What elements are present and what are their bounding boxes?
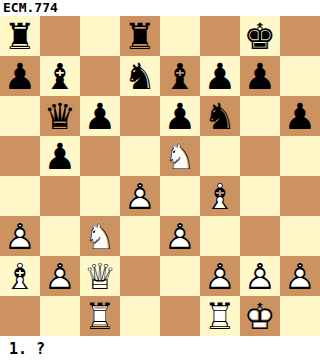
square-g8[interactable]: ♚ [240,16,280,56]
square-b6[interactable]: ♛ [40,96,80,136]
position-title: ECM.774 [0,0,320,16]
square-c5[interactable] [80,136,120,176]
white-knight-outline: ♘ [80,216,120,256]
black-king: ♚ [240,16,280,56]
square-h2[interactable]: ♟♙ [280,256,320,296]
square-h4[interactable] [280,176,320,216]
square-b2[interactable]: ♟♙ [40,256,80,296]
square-g5[interactable] [240,136,280,176]
square-c8[interactable] [80,16,120,56]
white-knight-outline: ♘ [160,136,200,176]
square-a1[interactable] [0,296,40,336]
white-rook-outline: ♖ [200,296,240,336]
white-bishop-outline: ♗ [200,176,240,216]
white-pawn-outline: ♙ [200,256,240,296]
square-a7[interactable]: ♟ [0,56,40,96]
black-queen: ♛ [40,96,80,136]
square-h1[interactable] [280,296,320,336]
square-g4[interactable] [240,176,280,216]
square-f3[interactable] [200,216,240,256]
square-b1[interactable] [40,296,80,336]
white-rook-outline: ♖ [80,296,120,336]
square-a3[interactable]: ♟♙ [0,216,40,256]
square-h6[interactable]: ♟ [280,96,320,136]
square-g2[interactable]: ♟♙ [240,256,280,296]
black-knight: ♞ [200,96,240,136]
square-d3[interactable] [120,216,160,256]
square-b3[interactable] [40,216,80,256]
black-pawn: ♟ [240,56,280,96]
square-e3[interactable]: ♟♙ [160,216,200,256]
black-knight: ♞ [120,56,160,96]
black-pawn: ♟ [280,96,320,136]
square-g3[interactable] [240,216,280,256]
black-pawn: ♟ [40,136,80,176]
square-h5[interactable] [280,136,320,176]
square-d5[interactable] [120,136,160,176]
square-f1[interactable]: ♜♖ [200,296,240,336]
square-c2[interactable]: ♛♕ [80,256,120,296]
white-pawn-outline: ♙ [240,256,280,296]
square-d6[interactable] [120,96,160,136]
square-d7[interactable]: ♞ [120,56,160,96]
square-g1[interactable]: ♚♔ [240,296,280,336]
square-h3[interactable] [280,216,320,256]
square-a4[interactable] [0,176,40,216]
white-bishop-outline: ♗ [0,256,40,296]
square-e2[interactable] [160,256,200,296]
chess-program-window: ECM.774 ♜♜♚♟♝♞♝♟♟♛♟♟♞♟♟♞♘♟♙♝♗♟♙♞♘♟♙♝♗♟♙♛… [0,0,320,360]
square-c7[interactable] [80,56,120,96]
square-c3[interactable]: ♞♘ [80,216,120,256]
square-d1[interactable] [120,296,160,336]
square-g6[interactable] [240,96,280,136]
square-f2[interactable]: ♟♙ [200,256,240,296]
black-rook: ♜ [0,16,40,56]
black-pawn: ♟ [160,96,200,136]
black-rook: ♜ [120,16,160,56]
square-b4[interactable] [40,176,80,216]
square-f4[interactable]: ♝♗ [200,176,240,216]
square-c4[interactable] [80,176,120,216]
black-pawn: ♟ [200,56,240,96]
square-g7[interactable]: ♟ [240,56,280,96]
white-pawn-outline: ♙ [40,256,80,296]
square-d2[interactable] [120,256,160,296]
square-c1[interactable]: ♜♖ [80,296,120,336]
square-b5[interactable]: ♟ [40,136,80,176]
square-a5[interactable] [0,136,40,176]
white-pawn-outline: ♙ [0,216,40,256]
square-e1[interactable] [160,296,200,336]
black-bishop: ♝ [160,56,200,96]
square-d8[interactable]: ♜ [120,16,160,56]
white-king-outline: ♔ [240,296,280,336]
square-f6[interactable]: ♞ [200,96,240,136]
square-f7[interactable]: ♟ [200,56,240,96]
chess-board: ♜♜♚♟♝♞♝♟♟♛♟♟♞♟♟♞♘♟♙♝♗♟♙♞♘♟♙♝♗♟♙♛♕♟♙♟♙♟♙♜… [0,16,320,336]
square-e5[interactable]: ♞♘ [160,136,200,176]
square-a8[interactable]: ♜ [0,16,40,56]
square-e8[interactable] [160,16,200,56]
square-f5[interactable] [200,136,240,176]
black-bishop: ♝ [40,56,80,96]
white-pawn-outline: ♙ [160,216,200,256]
white-pawn-outline: ♙ [120,176,160,216]
square-b7[interactable]: ♝ [40,56,80,96]
square-c6[interactable]: ♟ [80,96,120,136]
square-h8[interactable] [280,16,320,56]
black-pawn: ♟ [0,56,40,96]
white-pawn-outline: ♙ [280,256,320,296]
square-a2[interactable]: ♝♗ [0,256,40,296]
move-prompt: 1. ? [0,336,320,360]
square-b8[interactable] [40,16,80,56]
white-queen-outline: ♕ [80,256,120,296]
square-d4[interactable]: ♟♙ [120,176,160,216]
square-a6[interactable] [0,96,40,136]
square-e4[interactable] [160,176,200,216]
square-e6[interactable]: ♟ [160,96,200,136]
black-pawn: ♟ [80,96,120,136]
square-h7[interactable] [280,56,320,96]
square-e7[interactable]: ♝ [160,56,200,96]
square-f8[interactable] [200,16,240,56]
